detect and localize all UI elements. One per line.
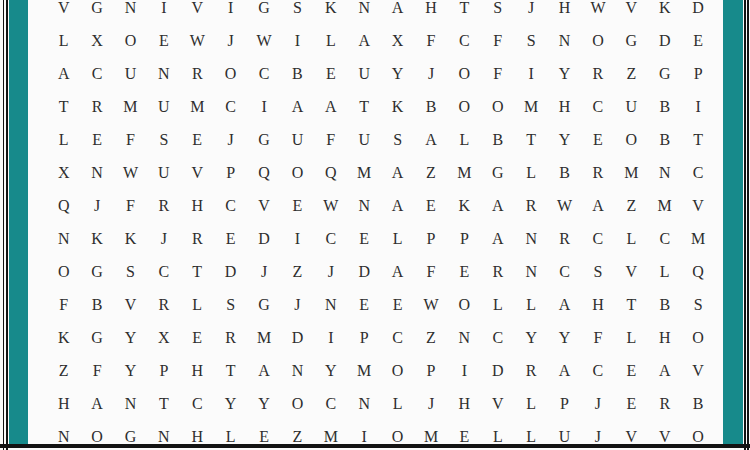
grid-cell[interactable]: R [514, 355, 547, 388]
grid-cell[interactable]: I [281, 223, 314, 256]
grid-cell[interactable]: R [581, 157, 614, 190]
grid-cell[interactable]: A [314, 91, 347, 124]
grid-cell[interactable]: K [80, 223, 113, 256]
grid-cell[interactable]: A [348, 25, 381, 58]
grid-cell[interactable]: N [648, 157, 681, 190]
grid-cell[interactable]: V [481, 388, 514, 421]
grid-cell[interactable]: O [381, 355, 414, 388]
grid-cell[interactable]: M [348, 355, 381, 388]
grid-cell[interactable]: T [47, 91, 80, 124]
grid-cell[interactable]: A [481, 223, 514, 256]
grid-cell[interactable]: R [181, 223, 214, 256]
grid-cell[interactable]: T [615, 289, 648, 322]
grid-cell[interactable]: O [214, 58, 247, 91]
grid-cell[interactable]: Y [247, 388, 280, 421]
grid-cell[interactable]: R [147, 190, 180, 223]
grid-cell[interactable]: E [147, 25, 180, 58]
grid-cell[interactable]: E [615, 388, 648, 421]
grid-cell[interactable]: M [615, 157, 648, 190]
grid-cell[interactable]: M [514, 91, 547, 124]
grid-cell[interactable]: U [348, 58, 381, 91]
grid-cell[interactable]: C [481, 322, 514, 355]
grid-cell[interactable]: O [481, 91, 514, 124]
grid-cell[interactable]: C [314, 223, 347, 256]
grid-cell[interactable]: T [448, 0, 481, 25]
grid-cell[interactable]: V [247, 190, 280, 223]
grid-cell[interactable]: R [147, 289, 180, 322]
grid-cell[interactable]: H [448, 388, 481, 421]
grid-cell[interactable]: M [247, 322, 280, 355]
grid-cell[interactable]: H [648, 322, 681, 355]
grid-cell[interactable]: A [381, 256, 414, 289]
grid-cell[interactable]: A [648, 355, 681, 388]
word-search-page: VGNIVIGSKNAHTSJHWVKDLXOEWJWILAXFCFSNOGDE… [0, 0, 750, 450]
grid-cell[interactable]: W [181, 25, 214, 58]
grid-cell[interactable]: A [381, 190, 414, 223]
grid-cell[interactable]: G [247, 124, 280, 157]
grid-cell[interactable]: E [581, 124, 614, 157]
grid-cell[interactable]: H [47, 388, 80, 421]
grid-cell[interactable]: J [214, 25, 247, 58]
grid-cell[interactable]: B [648, 91, 681, 124]
grid-cell[interactable]: W [247, 25, 280, 58]
grid-cell[interactable]: B [80, 289, 113, 322]
grid-cell[interactable]: N [548, 25, 581, 58]
grid-cell[interactable]: C [314, 388, 347, 421]
grid-cell[interactable]: E [80, 124, 113, 157]
grid-cell[interactable]: X [47, 157, 80, 190]
grid-cell[interactable]: C [80, 58, 113, 91]
grid-cell[interactable]: H [181, 355, 214, 388]
grid-cell[interactable]: P [548, 388, 581, 421]
grid-cell[interactable]: N [114, 0, 147, 25]
grid-cell[interactable]: Y [314, 355, 347, 388]
grid-cell[interactable]: I [147, 0, 180, 25]
grid-cell[interactable]: X [80, 25, 113, 58]
grid-cell[interactable]: L [514, 289, 547, 322]
grid-cell[interactable]: G [80, 0, 113, 25]
grid-cell[interactable]: K [448, 190, 481, 223]
grid-cell[interactable]: L [181, 289, 214, 322]
right-border-line-inner [744, 0, 746, 450]
grid-cell[interactable]: W [548, 190, 581, 223]
grid-cell[interactable]: M [648, 190, 681, 223]
grid-cell[interactable]: F [414, 256, 447, 289]
grid-cell[interactable]: T [514, 124, 547, 157]
grid-cell[interactable]: C [581, 223, 614, 256]
grid-cell[interactable]: W [314, 190, 347, 223]
grid-cell[interactable]: E [181, 124, 214, 157]
grid-cell[interactable]: U [147, 157, 180, 190]
grid-cell[interactable]: N [147, 58, 180, 91]
grid-cell[interactable]: G [247, 0, 280, 25]
grid-cell[interactable]: U [615, 91, 648, 124]
grid-cell[interactable]: R [514, 190, 547, 223]
grid-cell[interactable]: B [281, 58, 314, 91]
grid-cell[interactable]: E [414, 190, 447, 223]
grid-cell[interactable]: N [348, 388, 381, 421]
grid-cell[interactable]: L [47, 25, 80, 58]
grid-cell[interactable]: B [481, 124, 514, 157]
grid-cell[interactable]: X [381, 25, 414, 58]
grid-cell[interactable]: D [681, 0, 714, 25]
grid-cell[interactable]: S [214, 289, 247, 322]
grid-cell[interactable]: N [348, 190, 381, 223]
grid-cell[interactable]: I [448, 355, 481, 388]
grid-cell[interactable]: S [114, 256, 147, 289]
grid-cell[interactable]: Y [381, 58, 414, 91]
grid-cell[interactable]: C [548, 256, 581, 289]
grid-cell[interactable]: L [615, 322, 648, 355]
grid-cell[interactable]: C [147, 256, 180, 289]
grid-cell[interactable]: W [414, 289, 447, 322]
grid-cell[interactable]: E [181, 322, 214, 355]
grid-cell[interactable]: L [381, 223, 414, 256]
grid-cell[interactable]: A [548, 289, 581, 322]
grid-cell[interactable]: M [114, 91, 147, 124]
grid-cell[interactable]: A [481, 190, 514, 223]
grid-cell[interactable]: P [414, 355, 447, 388]
grid-cell[interactable]: S [581, 256, 614, 289]
grid-cell[interactable]: V [181, 0, 214, 25]
grid-cell[interactable]: Z [615, 190, 648, 223]
grid-cell[interactable]: L [648, 256, 681, 289]
grid-cell[interactable]: A [381, 157, 414, 190]
grid-cell[interactable]: W [114, 157, 147, 190]
grid-cell[interactable]: J [214, 124, 247, 157]
grid-cell[interactable]: B [648, 124, 681, 157]
grid-cell[interactable]: C [247, 58, 280, 91]
grid-cell[interactable]: T [147, 388, 180, 421]
grid-cell[interactable]: P [448, 223, 481, 256]
grid-cell[interactable]: T [348, 91, 381, 124]
grid-cell[interactable]: D [648, 25, 681, 58]
grid-cell[interactable]: D [348, 256, 381, 289]
grid-cell[interactable]: L [481, 289, 514, 322]
grid-cell[interactable]: L [615, 223, 648, 256]
grid-cell[interactable]: A [414, 124, 447, 157]
grid-cell[interactable]: K [314, 0, 347, 25]
grid-cell[interactable]: L [314, 25, 347, 58]
grid-cell[interactable]: X [147, 322, 180, 355]
grid-cell[interactable]: G [615, 25, 648, 58]
grid-cell[interactable]: R [181, 58, 214, 91]
grid-cell[interactable]: Q [47, 190, 80, 223]
grid-cell[interactable]: M [448, 157, 481, 190]
grid-cell[interactable]: Z [47, 355, 80, 388]
grid-cell[interactable]: R [548, 223, 581, 256]
grid-cell[interactable]: V [615, 0, 648, 25]
grid-cell[interactable]: A [47, 58, 80, 91]
grid-cell[interactable]: J [80, 190, 113, 223]
grid-cell[interactable]: S [281, 0, 314, 25]
grid-cell[interactable]: J [581, 388, 614, 421]
grid-cell[interactable]: J [314, 256, 347, 289]
grid-cell[interactable]: I [681, 91, 714, 124]
grid-cell[interactable]: R [80, 91, 113, 124]
grid-cell[interactable]: P [147, 355, 180, 388]
grid-cell[interactable]: G [80, 256, 113, 289]
grid-cell[interactable]: O [114, 25, 147, 58]
left-teal-bar [9, 0, 28, 446]
grid-cell[interactable]: Y [214, 388, 247, 421]
left-border-line-outer [3, 0, 5, 450]
grid-cell[interactable]: F [314, 124, 347, 157]
grid-cell[interactable]: S [481, 0, 514, 25]
grid-cell[interactable]: P [681, 58, 714, 91]
grid-cell[interactable]: E [214, 223, 247, 256]
grid-cell[interactable]: G [648, 58, 681, 91]
grid-cell[interactable]: J [414, 58, 447, 91]
grid-cell[interactable]: C [381, 322, 414, 355]
grid-cell[interactable]: N [348, 0, 381, 25]
grid-cell[interactable]: S [147, 124, 180, 157]
grid-cell[interactable]: Q [314, 157, 347, 190]
grid-cell[interactable]: J [147, 223, 180, 256]
grid-cell[interactable]: J [281, 289, 314, 322]
grid-cell[interactable]: Q [681, 256, 714, 289]
grid-cell[interactable]: Z [281, 256, 314, 289]
grid-cell[interactable]: V [615, 256, 648, 289]
grid-cell[interactable]: Y [514, 322, 547, 355]
grid-cell[interactable]: Y [548, 58, 581, 91]
grid-cell[interactable]: Z [615, 58, 648, 91]
grid-cell[interactable]: M [348, 157, 381, 190]
right-teal-bar [723, 0, 744, 446]
grid-cell[interactable]: O [448, 289, 481, 322]
grid-cell[interactable]: H [414, 0, 447, 25]
grid-cell[interactable]: E [615, 355, 648, 388]
bottom-border-line [0, 444, 750, 448]
grid-cell[interactable]: A [581, 190, 614, 223]
grid-cell[interactable]: B [681, 388, 714, 421]
grid-cell[interactable]: T [214, 355, 247, 388]
grid-cell[interactable]: F [414, 25, 447, 58]
grid-cell[interactable]: C [581, 355, 614, 388]
grid-cell[interactable]: Y [114, 322, 147, 355]
grid-cell[interactable]: C [181, 388, 214, 421]
grid-cell[interactable]: L [514, 388, 547, 421]
grid-cell[interactable]: Z [414, 322, 447, 355]
grid-cell[interactable]: N [514, 256, 547, 289]
grid-cell[interactable]: C [214, 91, 247, 124]
grid-cell[interactable]: U [348, 124, 381, 157]
left-border-line-inner [6, 0, 8, 450]
grid-cell[interactable]: R [214, 322, 247, 355]
grid-cell[interactable]: N [114, 388, 147, 421]
grid-cell[interactable]: E [448, 256, 481, 289]
grid-cell[interactable]: N [314, 289, 347, 322]
grid-cell[interactable]: F [114, 124, 147, 157]
grid-cell[interactable]: V [681, 190, 714, 223]
grid-cell[interactable]: V [114, 289, 147, 322]
grid-cell[interactable]: F [481, 25, 514, 58]
grid-cell[interactable]: P [348, 322, 381, 355]
grid-cell[interactable]: B [648, 289, 681, 322]
grid-cell[interactable]: E [381, 289, 414, 322]
grid-cell[interactable]: O [47, 256, 80, 289]
grid-cell[interactable]: Y [548, 124, 581, 157]
grid-cell[interactable]: G [80, 322, 113, 355]
grid-cell[interactable]: A [381, 0, 414, 25]
grid-cell[interactable]: F [80, 355, 113, 388]
grid-cell[interactable]: L [47, 124, 80, 157]
grid-cell[interactable]: I [281, 25, 314, 58]
grid-cell[interactable]: I [514, 58, 547, 91]
grid-cell[interactable]: M [181, 91, 214, 124]
grid-cell[interactable]: R [481, 256, 514, 289]
grid-cell[interactable]: C [648, 223, 681, 256]
grid-cell[interactable]: D [481, 355, 514, 388]
grid-cell[interactable]: N [514, 223, 547, 256]
grid-cell[interactable]: O [615, 124, 648, 157]
grid-cell[interactable]: T [681, 124, 714, 157]
grid-cell[interactable]: E [348, 223, 381, 256]
grid-cell[interactable]: Q [247, 157, 280, 190]
grid-cell[interactable]: E [281, 190, 314, 223]
grid-cell[interactable]: H [581, 289, 614, 322]
grid-cell[interactable]: L [448, 124, 481, 157]
grid-cell[interactable]: V [181, 157, 214, 190]
grid-cell[interactable]: N [281, 355, 314, 388]
grid-cell[interactable]: V [681, 355, 714, 388]
grid-cell[interactable]: L [381, 388, 414, 421]
grid-cell[interactable]: F [47, 289, 80, 322]
grid-cell[interactable]: J [514, 0, 547, 25]
grid-cell[interactable]: L [514, 157, 547, 190]
grid-cell[interactable]: E [681, 25, 714, 58]
grid-cell[interactable]: U [114, 58, 147, 91]
grid-cell[interactable]: F [481, 58, 514, 91]
grid-cell[interactable]: P [414, 223, 447, 256]
grid-cell[interactable]: E [314, 58, 347, 91]
grid-cell[interactable]: K [114, 223, 147, 256]
grid-cell[interactable]: D [247, 223, 280, 256]
grid-cell[interactable]: W [581, 0, 614, 25]
grid-cell[interactable]: C [581, 91, 614, 124]
grid-cell[interactable]: U [147, 91, 180, 124]
grid-cell[interactable]: Z [414, 157, 447, 190]
grid-cell[interactable]: K [47, 322, 80, 355]
grid-cell[interactable]: R [648, 388, 681, 421]
grid-cell[interactable]: D [281, 322, 314, 355]
grid-cell[interactable]: S [381, 124, 414, 157]
grid-cell[interactable]: F [581, 322, 614, 355]
grid-cell[interactable]: K [381, 91, 414, 124]
grid-cell[interactable]: C [681, 157, 714, 190]
grid-cell[interactable]: B [548, 157, 581, 190]
grid-cell[interactable]: J [247, 256, 280, 289]
grid-cell[interactable]: H [181, 190, 214, 223]
grid-cell[interactable]: O [448, 91, 481, 124]
grid-cell[interactable]: T [181, 256, 214, 289]
grid-cell[interactable]: S [514, 25, 547, 58]
grid-cell[interactable]: A [548, 355, 581, 388]
grid-cell[interactable]: A [281, 91, 314, 124]
grid-cell[interactable]: C [448, 25, 481, 58]
grid-cell[interactable]: E [348, 289, 381, 322]
grid-cell[interactable]: G [481, 157, 514, 190]
grid-cell[interactable]: H [548, 0, 581, 25]
grid-cell[interactable]: Y [548, 322, 581, 355]
grid-cell[interactable]: R [581, 58, 614, 91]
grid-cell[interactable]: J [414, 388, 447, 421]
grid-cell[interactable]: A [247, 355, 280, 388]
grid-cell[interactable]: G [247, 289, 280, 322]
grid-cell[interactable]: N [80, 157, 113, 190]
grid-cell[interactable]: P [214, 157, 247, 190]
grid-cell[interactable]: Y [114, 355, 147, 388]
grid-cell[interactable]: N [448, 322, 481, 355]
grid-cell[interactable]: O [681, 322, 714, 355]
grid-cell[interactable]: U [281, 124, 314, 157]
grid-cell[interactable]: F [114, 190, 147, 223]
grid-cell[interactable]: N [47, 223, 80, 256]
grid-cell[interactable]: K [648, 0, 681, 25]
grid-cell[interactable]: I [314, 322, 347, 355]
grid-cell[interactable]: I [247, 91, 280, 124]
grid-cell[interactable]: D [214, 256, 247, 289]
word-search-grid: VGNIVIGSKNAHTSJHWVKDLXOEWJWILAXFCFSNOGDE… [47, 0, 715, 450]
grid-cell[interactable]: V [47, 0, 80, 25]
grid-cell[interactable]: A [80, 388, 113, 421]
grid-cell[interactable]: O [448, 58, 481, 91]
grid-cell[interactable]: C [214, 190, 247, 223]
grid-cell[interactable]: O [281, 157, 314, 190]
grid-cell[interactable]: H [548, 91, 581, 124]
grid-cell[interactable]: M [681, 223, 714, 256]
grid-cell[interactable]: O [581, 25, 614, 58]
grid-cell[interactable]: S [681, 289, 714, 322]
right-border-line-outer [747, 0, 749, 450]
grid-cell[interactable]: I [214, 0, 247, 25]
grid-cell[interactable]: O [281, 388, 314, 421]
grid-cell[interactable]: B [414, 91, 447, 124]
